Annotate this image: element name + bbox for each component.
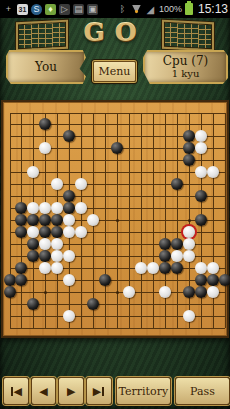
white-stone xyxy=(51,202,63,214)
black-stone xyxy=(183,142,195,154)
status-bar-left-icons: +31S♦▷▤▣ xyxy=(0,4,117,15)
bluetooth-icon: ᛒ xyxy=(117,4,128,15)
black-stone xyxy=(195,214,207,226)
grid-line xyxy=(10,280,225,281)
white-stone xyxy=(63,274,75,286)
black-stone xyxy=(15,214,27,226)
white-stone xyxy=(195,166,207,178)
black-stone xyxy=(4,274,16,286)
plus-circle-icon: + xyxy=(3,4,14,15)
star-point xyxy=(188,219,191,222)
white-stone xyxy=(183,310,195,322)
black-stone xyxy=(183,286,195,298)
black-stone xyxy=(159,238,171,250)
white-stone xyxy=(75,226,87,238)
white-stone xyxy=(135,262,147,274)
phone-screen: +31S♦▷▤▣ ᛒ ◢ 100% 15:13 GO You Cpu (7) 1… xyxy=(0,0,230,409)
black-stone xyxy=(63,202,75,214)
black-stone xyxy=(39,118,51,130)
star-point xyxy=(116,291,119,294)
player-cpu-label: Cpu (7) xyxy=(163,55,208,68)
right-flourish-icon xyxy=(162,20,214,52)
grid-line xyxy=(141,113,142,328)
nav-first-button[interactable]: ◀ xyxy=(3,377,29,405)
white-stone xyxy=(39,262,51,274)
white-stone xyxy=(207,262,219,274)
status-bar-right-icons: ᛒ ◢ 100% 15:13 xyxy=(117,2,230,16)
wifi-icon xyxy=(131,4,142,15)
black-stone xyxy=(27,250,39,262)
black-stone xyxy=(39,250,51,262)
white-stone xyxy=(171,250,183,262)
white-stone xyxy=(147,262,159,274)
nav-first-icon: ◀ xyxy=(14,386,22,397)
black-stone xyxy=(195,190,207,202)
phone-sync-icon: ▷ xyxy=(59,4,70,15)
black-stone xyxy=(195,274,207,286)
black-stone xyxy=(183,154,195,166)
grid-line xyxy=(10,304,225,305)
notification-icon: ♦ xyxy=(45,4,56,15)
grid-line xyxy=(153,113,154,328)
white-stone xyxy=(195,142,207,154)
nav-bar-icon xyxy=(102,387,104,396)
white-stone xyxy=(51,250,63,262)
black-stone xyxy=(39,226,51,238)
black-stone xyxy=(27,298,39,310)
white-stone xyxy=(183,250,195,262)
white-stone xyxy=(195,130,207,142)
white-stone xyxy=(159,286,171,298)
black-stone xyxy=(15,202,27,214)
grid-line xyxy=(225,113,226,328)
battery-percent: 100% xyxy=(159,4,182,14)
player-you-label: You xyxy=(35,61,57,74)
menu-button[interactable]: Menu xyxy=(93,61,136,82)
black-stone xyxy=(87,298,99,310)
nav-last-button[interactable]: ▶ xyxy=(86,377,112,405)
star-point xyxy=(44,291,47,294)
nav-next-icon: ▶ xyxy=(67,386,75,397)
go-board[interactable] xyxy=(1,100,229,338)
white-stone-last-move xyxy=(183,226,195,238)
black-stone xyxy=(99,274,111,286)
star-point xyxy=(116,219,119,222)
black-stone xyxy=(51,226,63,238)
white-stone xyxy=(63,250,75,262)
nav-next-button[interactable]: ▶ xyxy=(58,377,84,405)
white-stone xyxy=(75,178,87,190)
black-stone xyxy=(207,274,219,286)
pass-button[interactable]: Pass xyxy=(175,377,230,405)
status-bar: +31S♦▷▤▣ ᛒ ◢ 100% 15:13 xyxy=(0,0,230,18)
toolbar: ◀ ◀ ▶ ▶ Territory Pass xyxy=(0,377,230,403)
black-stone xyxy=(219,274,230,286)
black-stone xyxy=(27,238,39,250)
black-stone xyxy=(195,286,207,298)
territory-button[interactable]: Territory xyxy=(116,377,171,405)
white-stone xyxy=(75,202,87,214)
white-stone xyxy=(51,262,63,274)
nav-bar-icon xyxy=(11,387,13,396)
black-stone xyxy=(171,178,183,190)
black-stone xyxy=(15,262,27,274)
white-stone xyxy=(207,286,219,298)
white-stone xyxy=(27,226,39,238)
black-stone xyxy=(4,286,16,298)
white-stone xyxy=(63,310,75,322)
black-stone xyxy=(171,238,183,250)
clock: 15:13 xyxy=(198,2,228,16)
player-plaque-you: You xyxy=(6,50,86,84)
black-stone xyxy=(51,214,63,226)
black-stone xyxy=(171,262,183,274)
black-stone xyxy=(15,274,27,286)
white-stone xyxy=(207,166,219,178)
white-stone xyxy=(51,178,63,190)
white-stone xyxy=(63,226,75,238)
grid-line xyxy=(177,113,178,328)
white-stone xyxy=(27,166,39,178)
black-stone xyxy=(63,130,75,142)
white-stone xyxy=(63,214,75,226)
player-cpu-rank: 1 kyu xyxy=(172,68,200,79)
black-stone xyxy=(63,190,75,202)
nav-prev-icon: ◀ xyxy=(39,386,47,397)
black-stone xyxy=(39,214,51,226)
black-stone xyxy=(27,214,39,226)
white-stone xyxy=(195,262,207,274)
white-stone xyxy=(27,202,39,214)
white-stone xyxy=(87,214,99,226)
black-stone xyxy=(183,130,195,142)
signal-icon: ◢ xyxy=(145,4,156,15)
sdcard-icon: ▤ xyxy=(73,4,84,15)
nav-prev-button[interactable]: ◀ xyxy=(31,377,57,405)
white-stone xyxy=(39,202,51,214)
battery-icon xyxy=(185,3,193,15)
white-stone xyxy=(51,238,63,250)
nav-last-icon: ▶ xyxy=(93,386,101,397)
white-stone xyxy=(123,286,135,298)
header: GO xyxy=(0,18,230,50)
black-stone xyxy=(111,142,123,154)
black-stone xyxy=(159,250,171,262)
calendar-icon: 31 xyxy=(17,4,28,15)
player-plaque-cpu: Cpu (7) 1 kyu xyxy=(143,50,228,84)
black-stone xyxy=(15,226,27,238)
black-stone xyxy=(159,262,171,274)
app-circle-icon: S xyxy=(31,4,42,15)
white-stone xyxy=(183,238,195,250)
gallery-icon: ▣ xyxy=(87,4,98,15)
grid-line xyxy=(10,328,225,329)
white-stone xyxy=(39,238,51,250)
white-stone xyxy=(39,142,51,154)
